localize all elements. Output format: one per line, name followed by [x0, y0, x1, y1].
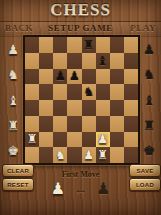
square-h4[interactable] — [124, 100, 138, 116]
square-f2[interactable]: ♟ — [96, 132, 110, 148]
square-c1[interactable]: ♞ — [53, 147, 67, 163]
square-g7[interactable] — [110, 53, 124, 69]
black-bishop-palette-piece[interactable]: ♝ — [143, 88, 155, 113]
square-g6[interactable] — [110, 69, 124, 85]
square-c4[interactable] — [53, 100, 67, 116]
chess-setup-screen: CHESS BACK SETUP GAME PLAY ♟♞♝♜♚ ♜♝♟♟♞♜♟… — [0, 0, 161, 215]
square-e2[interactable] — [82, 132, 96, 148]
square-a4[interactable] — [25, 100, 39, 116]
square-g4[interactable] — [110, 100, 124, 116]
first-move-black-pawn-icon[interactable]: ♟ — [96, 181, 110, 197]
square-a8[interactable] — [25, 37, 39, 53]
white-rook-palette-piece[interactable]: ♜ — [7, 113, 19, 138]
square-f6[interactable] — [96, 69, 110, 85]
white-knight-piece: ♞ — [55, 149, 66, 161]
white-pawn-piece: ♟ — [83, 149, 94, 161]
square-a5[interactable] — [25, 84, 39, 100]
square-f4[interactable] — [96, 100, 110, 116]
app-title: CHESS — [0, 0, 161, 20]
square-b2[interactable] — [39, 132, 53, 148]
black-knight-piece: ♞ — [83, 86, 94, 98]
first-move-white-pawn-icon[interactable]: ♟ — [51, 181, 65, 197]
white-rook-piece: ♜ — [97, 149, 108, 161]
square-a6[interactable] — [25, 69, 39, 85]
chess-board[interactable]: ♜♝♟♟♞♜♟♞♟♜ — [25, 37, 138, 163]
square-b3[interactable] — [39, 116, 53, 132]
play-button[interactable]: PLAY — [130, 23, 156, 33]
black-bishop-piece: ♝ — [97, 55, 108, 67]
square-f3[interactable] — [96, 116, 110, 132]
square-c6[interactable]: ♟ — [53, 69, 67, 85]
square-h3[interactable] — [124, 116, 138, 132]
square-h1[interactable] — [124, 147, 138, 163]
square-c5[interactable] — [53, 84, 67, 100]
square-h2[interactable] — [124, 132, 138, 148]
square-c7[interactable] — [53, 53, 67, 69]
black-pawn-piece: ♟ — [69, 70, 80, 82]
square-a1[interactable] — [25, 147, 39, 163]
square-d3[interactable] — [67, 116, 81, 132]
white-rook-piece: ♜ — [27, 133, 38, 145]
square-f8[interactable] — [96, 37, 110, 53]
first-move-label: First Move — [0, 170, 161, 179]
white-pawn-palette-piece[interactable]: ♟ — [7, 37, 19, 62]
black-king-palette-piece[interactable]: ♚ — [143, 138, 155, 163]
white-piece-palette: ♟♞♝♜♚ — [4, 37, 22, 163]
square-f1[interactable]: ♜ — [96, 147, 110, 163]
square-h6[interactable] — [124, 69, 138, 85]
black-knight-palette-piece[interactable]: ♞ — [143, 62, 155, 87]
square-d2[interactable] — [67, 132, 81, 148]
square-e7[interactable] — [82, 53, 96, 69]
square-d1[interactable] — [67, 147, 81, 163]
white-pawn-piece: ♟ — [97, 133, 108, 145]
square-b5[interactable] — [39, 84, 53, 100]
square-g1[interactable] — [110, 147, 124, 163]
square-e5[interactable]: ♞ — [82, 84, 96, 100]
black-rook-piece: ♜ — [83, 39, 94, 51]
square-a2[interactable]: ♜ — [25, 132, 39, 148]
square-b7[interactable] — [39, 53, 53, 69]
square-d5[interactable] — [67, 84, 81, 100]
square-c2[interactable] — [53, 132, 67, 148]
square-f5[interactable] — [96, 84, 110, 100]
square-b6[interactable] — [39, 69, 53, 85]
square-f7[interactable]: ♝ — [96, 53, 110, 69]
first-move-selector: ♟ ↔ ♟ — [0, 181, 161, 197]
square-d8[interactable] — [67, 37, 81, 53]
black-rook-palette-piece[interactable]: ♜ — [143, 113, 155, 138]
square-h7[interactable] — [124, 53, 138, 69]
square-g5[interactable] — [110, 84, 124, 100]
square-g3[interactable] — [110, 116, 124, 132]
swap-arrow-icon[interactable]: ↔ — [74, 183, 87, 196]
square-d4[interactable] — [67, 100, 81, 116]
square-h8[interactable] — [124, 37, 138, 53]
square-g2[interactable] — [110, 132, 124, 148]
square-b8[interactable] — [39, 37, 53, 53]
square-h5[interactable] — [124, 84, 138, 100]
square-e3[interactable] — [82, 116, 96, 132]
square-e1[interactable]: ♟ — [82, 147, 96, 163]
white-king-palette-piece[interactable]: ♚ — [7, 138, 19, 163]
square-a3[interactable] — [25, 116, 39, 132]
square-e8[interactable]: ♜ — [82, 37, 96, 53]
square-g8[interactable] — [110, 37, 124, 53]
square-b4[interactable] — [39, 100, 53, 116]
square-d7[interactable] — [67, 53, 81, 69]
square-c3[interactable] — [53, 116, 67, 132]
white-bishop-palette-piece[interactable]: ♝ — [7, 88, 19, 113]
black-pawn-palette-piece[interactable]: ♟ — [143, 37, 155, 62]
square-a7[interactable] — [25, 53, 39, 69]
black-piece-palette: ♟♞♝♜♚ — [140, 37, 158, 163]
square-e6[interactable] — [82, 69, 96, 85]
black-pawn-piece: ♟ — [55, 70, 66, 82]
square-d6[interactable]: ♟ — [67, 69, 81, 85]
board-frame: ♜♝♟♟♞♜♟♞♟♜ — [23, 35, 140, 165]
white-knight-palette-piece[interactable]: ♞ — [7, 62, 19, 87]
square-e4[interactable] — [82, 100, 96, 116]
square-b1[interactable] — [39, 147, 53, 163]
square-c8[interactable] — [53, 37, 67, 53]
